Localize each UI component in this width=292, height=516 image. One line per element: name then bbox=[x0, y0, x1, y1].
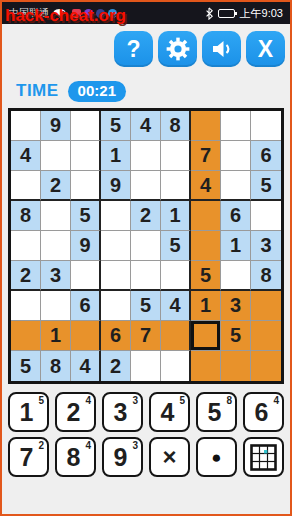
cell-r1c5[interactable]: 4 bbox=[131, 111, 161, 141]
cell-r9c4[interactable]: 2 bbox=[101, 351, 131, 381]
cell-r1c2[interactable]: 9 bbox=[41, 111, 71, 141]
numpad-digit: 4 bbox=[161, 400, 175, 425]
erase-button[interactable]: × bbox=[149, 437, 190, 477]
cell-r5c4[interactable] bbox=[101, 231, 131, 261]
pencil-dot-icon: ● bbox=[211, 449, 221, 466]
cell-r5c9[interactable]: 3 bbox=[251, 231, 281, 261]
cell-r6c3[interactable] bbox=[71, 261, 101, 291]
cell-r7c5[interactable]: 5 bbox=[131, 291, 161, 321]
cell-r4c8[interactable]: 6 bbox=[221, 201, 251, 231]
cell-r8c2[interactable]: 1 bbox=[41, 321, 71, 351]
cell-r3c9[interactable]: 5 bbox=[251, 171, 281, 201]
notification-icon bbox=[84, 9, 93, 18]
numpad-8-button[interactable]: 84 bbox=[55, 437, 96, 477]
cell-r6c5[interactable] bbox=[131, 261, 161, 291]
numpad-digit: 6 bbox=[255, 400, 269, 425]
numpad-count-badge: 4 bbox=[85, 441, 91, 451]
cell-r8c6[interactable] bbox=[161, 321, 191, 351]
numpad-digit: 3 bbox=[114, 400, 128, 425]
cell-r3c2[interactable]: 2 bbox=[41, 171, 71, 201]
cell-r5c7[interactable] bbox=[191, 231, 221, 261]
close-icon: X bbox=[258, 36, 273, 63]
numpad-9-button[interactable]: 93 bbox=[102, 437, 143, 477]
cell-r6c8[interactable] bbox=[221, 261, 251, 291]
cell-r6c6[interactable] bbox=[161, 261, 191, 291]
cell-r4c3[interactable]: 5 bbox=[71, 201, 101, 231]
cell-r1c3[interactable] bbox=[71, 111, 101, 141]
cell-r9c6[interactable] bbox=[161, 351, 191, 381]
cell-r2c2[interactable] bbox=[41, 141, 71, 171]
cell-r3c5[interactable] bbox=[131, 171, 161, 201]
numpad-count-badge: 3 bbox=[132, 396, 138, 406]
cell-r2c1[interactable]: 4 bbox=[11, 141, 41, 171]
speaker-icon bbox=[210, 37, 234, 61]
numpad-digit: 9 bbox=[114, 445, 128, 470]
numpad-5-button[interactable]: 58 bbox=[196, 392, 237, 432]
cell-r6c2[interactable]: 3 bbox=[41, 261, 71, 291]
cell-r7c9[interactable] bbox=[251, 291, 281, 321]
cell-r9c5[interactable] bbox=[131, 351, 161, 381]
cell-r1c8[interactable] bbox=[221, 111, 251, 141]
wifi-icon bbox=[53, 8, 66, 18]
cell-r6c1[interactable]: 2 bbox=[11, 261, 41, 291]
cell-r4c6[interactable]: 1 bbox=[161, 201, 191, 231]
notification-icon bbox=[96, 9, 105, 18]
cell-r3c8[interactable] bbox=[221, 171, 251, 201]
cell-r7c4[interactable] bbox=[101, 291, 131, 321]
carrier-label: 中国联通 bbox=[9, 6, 49, 20]
settings-button[interactable] bbox=[158, 31, 197, 67]
numpad-count-badge: 4 bbox=[273, 396, 279, 406]
numpad-count-badge: 5 bbox=[179, 396, 185, 406]
timer-label: TIME bbox=[16, 81, 59, 101]
cell-r8c9[interactable] bbox=[251, 321, 281, 351]
cell-r8c7[interactable] bbox=[191, 321, 221, 351]
numpad-digit: 8 bbox=[67, 445, 81, 470]
cell-r5c8[interactable]: 1 bbox=[221, 231, 251, 261]
numpad-6-button[interactable]: 64 bbox=[243, 392, 284, 432]
cell-r2c6[interactable] bbox=[161, 141, 191, 171]
cell-r1c4[interactable]: 5 bbox=[101, 111, 131, 141]
cell-r9c1[interactable]: 5 bbox=[11, 351, 41, 381]
cell-r7c3[interactable]: 6 bbox=[71, 291, 101, 321]
numpad-count-badge: 3 bbox=[132, 441, 138, 451]
notification-icons bbox=[72, 9, 117, 18]
cell-r9c8[interactable] bbox=[221, 351, 251, 381]
cell-r1c9[interactable] bbox=[251, 111, 281, 141]
status-bar-left: 中国联通 bbox=[9, 6, 117, 20]
cell-r4c4[interactable] bbox=[101, 201, 131, 231]
bluetooth-icon bbox=[205, 7, 213, 20]
cell-r5c3[interactable]: 9 bbox=[71, 231, 101, 261]
erase-x-icon: × bbox=[162, 445, 176, 469]
battery-icon bbox=[218, 9, 235, 18]
cell-r6c4[interactable] bbox=[101, 261, 131, 291]
cell-r9c7[interactable] bbox=[191, 351, 221, 381]
cell-r2c5[interactable] bbox=[131, 141, 161, 171]
notes-button[interactable] bbox=[243, 437, 284, 477]
cell-r1c7[interactable] bbox=[191, 111, 221, 141]
status-clock: 上午9:03 bbox=[240, 6, 283, 21]
cell-r4c9[interactable] bbox=[251, 201, 281, 231]
numpad-digit: 7 bbox=[20, 445, 34, 470]
cell-r3c4[interactable]: 9 bbox=[101, 171, 131, 201]
cell-r8c5[interactable]: 7 bbox=[131, 321, 161, 351]
cell-r6c7[interactable]: 5 bbox=[191, 261, 221, 291]
cell-r2c4[interactable]: 1 bbox=[101, 141, 131, 171]
toolbar: ? X bbox=[2, 31, 290, 67]
cell-r4c1[interactable]: 8 bbox=[11, 201, 41, 231]
cell-r5c5[interactable] bbox=[131, 231, 161, 261]
numpad-digit: 5 bbox=[208, 400, 222, 425]
cell-r2c3[interactable] bbox=[71, 141, 101, 171]
numpad-count-badge: 4 bbox=[85, 396, 91, 406]
cell-r6c9[interactable]: 8 bbox=[251, 261, 281, 291]
close-button[interactable]: X bbox=[246, 31, 285, 67]
question-mark-icon: ? bbox=[126, 36, 140, 63]
numpad-digit: 2 bbox=[67, 400, 81, 425]
cell-r5c1[interactable] bbox=[11, 231, 41, 261]
cell-r4c7[interactable] bbox=[191, 201, 221, 231]
app-screen: 中国联通 上午9:03 hack-cheat.org ? bbox=[0, 0, 292, 516]
numpad-7-button[interactable]: 72 bbox=[8, 437, 49, 477]
numpad-1-button[interactable]: 15 bbox=[8, 392, 49, 432]
cell-r7c2[interactable] bbox=[41, 291, 71, 321]
cell-r9c9[interactable] bbox=[251, 351, 281, 381]
cell-r7c8[interactable]: 3 bbox=[221, 291, 251, 321]
cell-r3c7[interactable]: 4 bbox=[191, 171, 221, 201]
notification-icon bbox=[72, 9, 81, 18]
gear-icon bbox=[165, 36, 191, 62]
cell-r4c5[interactable]: 2 bbox=[131, 201, 161, 231]
cell-r2c8[interactable] bbox=[221, 141, 251, 171]
numpad-3-button[interactable]: 33 bbox=[102, 392, 143, 432]
cell-r7c7[interactable]: 1 bbox=[191, 291, 221, 321]
sound-button[interactable] bbox=[202, 31, 241, 67]
cell-r8c1[interactable] bbox=[11, 321, 41, 351]
cell-r5c2[interactable] bbox=[41, 231, 71, 261]
cell-r3c6[interactable] bbox=[161, 171, 191, 201]
help-button[interactable]: ? bbox=[114, 31, 153, 67]
cell-r3c1[interactable] bbox=[11, 171, 41, 201]
cell-r2c7[interactable]: 7 bbox=[191, 141, 221, 171]
numpad-count-badge: 5 bbox=[38, 396, 44, 406]
cell-r8c3[interactable] bbox=[71, 321, 101, 351]
cell-r9c2[interactable]: 8 bbox=[41, 351, 71, 381]
cell-r1c1[interactable] bbox=[11, 111, 41, 141]
cell-r5c6[interactable]: 5 bbox=[161, 231, 191, 261]
numpad: 152433455864728493 × ● bbox=[8, 392, 284, 477]
cell-r7c1[interactable] bbox=[11, 291, 41, 321]
numpad-2-button[interactable]: 24 bbox=[55, 392, 96, 432]
numpad-count-badge: 2 bbox=[38, 441, 44, 451]
timer-value: 00:21 bbox=[68, 81, 126, 102]
numpad-4-button[interactable]: 45 bbox=[149, 392, 190, 432]
cell-r1c6[interactable]: 8 bbox=[161, 111, 191, 141]
notification-icon bbox=[108, 9, 117, 18]
status-bar: 中国联通 上午9:03 bbox=[2, 2, 290, 24]
cell-r2c9[interactable]: 6 bbox=[251, 141, 281, 171]
sudoku-grid: 95484176294585216951323586541316755842 bbox=[8, 108, 284, 384]
cell-r8c8[interactable]: 5 bbox=[221, 321, 251, 351]
notes-grid-icon bbox=[250, 444, 277, 471]
numpad-digit: 1 bbox=[20, 400, 34, 425]
cell-r8c4[interactable]: 6 bbox=[101, 321, 131, 351]
pencil-button[interactable]: ● bbox=[196, 437, 237, 477]
numpad-count-badge: 8 bbox=[226, 396, 232, 406]
cell-r9c3[interactable]: 4 bbox=[71, 351, 101, 381]
timer-row: TIME 00:21 bbox=[2, 80, 290, 102]
cell-r4c2[interactable] bbox=[41, 201, 71, 231]
status-bar-right: 上午9:03 bbox=[205, 6, 283, 21]
cell-r3c3[interactable] bbox=[71, 171, 101, 201]
cell-r7c6[interactable]: 4 bbox=[161, 291, 191, 321]
